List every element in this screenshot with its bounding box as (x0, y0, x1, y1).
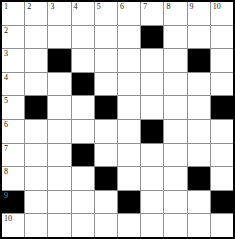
grid-cell[interactable] (141, 96, 163, 119)
grid-cell[interactable]: 2 (25, 2, 47, 25)
grid-cell[interactable] (72, 49, 94, 72)
cell-number: 4 (74, 2, 78, 12)
grid-cell[interactable] (141, 214, 163, 237)
grid-cell[interactable]: 1 (2, 2, 24, 25)
grid-cell[interactable] (25, 167, 47, 190)
grid-cell[interactable] (141, 191, 163, 214)
grid-cell[interactable] (25, 144, 47, 167)
grid-cell (95, 96, 117, 119)
grid-cell (211, 96, 233, 119)
grid-cell[interactable] (48, 96, 70, 119)
grid-cell[interactable] (48, 26, 70, 49)
grid-cell[interactable] (95, 49, 117, 72)
grid-cell[interactable] (188, 26, 210, 49)
crossword-board: 123456789102345678910 (0, 0, 235, 239)
grid-cell[interactable] (164, 191, 186, 214)
grid-cell[interactable] (118, 49, 140, 72)
grid-cell[interactable] (72, 167, 94, 190)
grid-cell[interactable] (95, 191, 117, 214)
grid-cell[interactable] (164, 49, 186, 72)
grid-cell[interactable] (164, 120, 186, 143)
grid-cell[interactable] (72, 191, 94, 214)
grid-cell[interactable]: 4 (2, 73, 24, 96)
grid-cell[interactable]: 4 (72, 2, 94, 25)
cell-number: 10 (4, 214, 12, 224)
cell-number: 3 (50, 2, 54, 12)
grid-cell (25, 96, 47, 119)
grid-cell[interactable] (72, 26, 94, 49)
grid-cell[interactable] (188, 214, 210, 237)
grid-cell[interactable] (95, 73, 117, 96)
grid-cell[interactable] (188, 120, 210, 143)
grid-cell[interactable]: 7 (141, 2, 163, 25)
grid-cell[interactable] (95, 26, 117, 49)
grid-cell[interactable] (211, 120, 233, 143)
grid-cell[interactable] (48, 214, 70, 237)
grid-cell[interactable] (118, 167, 140, 190)
grid-cell[interactable] (25, 49, 47, 72)
grid-cell[interactable] (118, 26, 140, 49)
grid-cell[interactable] (188, 191, 210, 214)
grid-cell[interactable] (72, 96, 94, 119)
grid-cell (211, 191, 233, 214)
grid-cell[interactable]: 8 (2, 167, 24, 190)
grid-cell[interactable] (48, 120, 70, 143)
grid-cell[interactable] (211, 26, 233, 49)
grid-cell[interactable] (95, 120, 117, 143)
cell-number: 5 (4, 96, 8, 106)
grid-cell[interactable] (95, 214, 117, 237)
grid-cell (72, 144, 94, 167)
cell-number: 6 (120, 2, 124, 12)
grid-cell[interactable] (72, 214, 94, 237)
grid-cell[interactable] (188, 73, 210, 96)
grid-cell[interactable] (141, 73, 163, 96)
grid-cell[interactable] (211, 214, 233, 237)
grid-cell[interactable]: 3 (48, 2, 70, 25)
grid-cell[interactable] (164, 167, 186, 190)
grid-cell[interactable] (141, 144, 163, 167)
cell-number: 6 (4, 120, 8, 130)
grid-cell[interactable]: 8 (164, 2, 186, 25)
grid-cell[interactable] (118, 96, 140, 119)
grid-cell[interactable]: 9 (188, 2, 210, 25)
cell-number: 10 (213, 2, 221, 12)
grid-cell (188, 49, 210, 72)
cell-number: 7 (4, 144, 8, 154)
grid-cell[interactable] (164, 26, 186, 49)
grid-cell[interactable]: 5 (2, 96, 24, 119)
grid-cell[interactable] (25, 120, 47, 143)
cell-number: 5 (97, 2, 101, 12)
grid-cell[interactable] (118, 214, 140, 237)
grid-cell[interactable]: 6 (2, 120, 24, 143)
grid-cell (141, 26, 163, 49)
cell-number: 2 (4, 26, 8, 36)
grid-cell (48, 49, 70, 72)
grid-cell[interactable] (118, 144, 140, 167)
grid-cell[interactable] (48, 167, 70, 190)
grid-cell[interactable] (72, 120, 94, 143)
grid-cell[interactable] (118, 120, 140, 143)
grid-cell[interactable]: 2 (2, 26, 24, 49)
cell-number: 8 (4, 167, 8, 177)
grid-cell[interactable] (48, 144, 70, 167)
grid-cell[interactable]: 6 (118, 2, 140, 25)
grid-cell (118, 191, 140, 214)
grid-cell[interactable] (188, 96, 210, 119)
grid-cell[interactable]: 10 (2, 214, 24, 237)
grid-cell[interactable] (211, 73, 233, 96)
grid-cell[interactable] (25, 26, 47, 49)
grid-cell[interactable] (48, 73, 70, 96)
grid-cell[interactable] (211, 49, 233, 72)
grid-cell[interactable] (211, 167, 233, 190)
grid-cell[interactable] (118, 73, 140, 96)
cell-number: 3 (4, 49, 8, 59)
cell-number: 9 (4, 191, 8, 201)
grid-cell[interactable]: 3 (2, 49, 24, 72)
grid-cell[interactable] (164, 73, 186, 96)
grid-cell[interactable] (25, 191, 47, 214)
grid-cell (188, 167, 210, 190)
grid-cell[interactable] (164, 144, 186, 167)
cell-number: 8 (166, 2, 170, 12)
grid-cell[interactable] (141, 49, 163, 72)
cell-number: 7 (143, 2, 147, 12)
cell-number: 2 (27, 2, 31, 12)
grid-cell[interactable] (48, 191, 70, 214)
grid-cell[interactable]: 7 (2, 144, 24, 167)
grid-cell (95, 167, 117, 190)
grid-cell (141, 120, 163, 143)
grid-cell: 9 (2, 191, 24, 214)
cell-number: 4 (4, 73, 8, 83)
grid-cell[interactable] (164, 214, 186, 237)
grid-cell[interactable] (164, 96, 186, 119)
grid-cell[interactable] (188, 144, 210, 167)
grid-cell[interactable]: 5 (95, 2, 117, 25)
cell-number: 9 (190, 2, 194, 12)
grid-cell[interactable] (95, 144, 117, 167)
cell-number: 1 (4, 2, 8, 12)
grid-cell (72, 73, 94, 96)
grid-cell[interactable] (211, 144, 233, 167)
grid-cell[interactable] (25, 214, 47, 237)
grid-cell[interactable] (25, 73, 47, 96)
grid-cell[interactable]: 10 (211, 2, 233, 25)
grid-cell[interactable] (141, 167, 163, 190)
